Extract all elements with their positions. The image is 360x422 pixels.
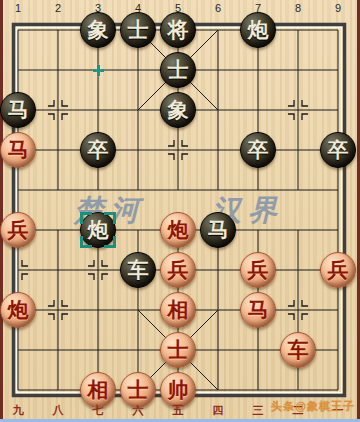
piece-black-advisor[interactable]: 士 [158,50,198,90]
file-label-bottom: 七 [78,403,118,418]
piece-black-soldier[interactable]: 卒 [238,130,278,170]
piece-red-soldier[interactable]: 兵 [318,250,358,290]
piece-glyph: 相 [160,292,196,328]
piece-glyph: 炮 [240,12,276,48]
file-label-top: 4 [118,2,158,14]
last-move-origin-marker [78,50,118,90]
piece-glyph: 马 [0,92,36,128]
file-label-top: 9 [318,2,358,14]
piece-glyph: 车 [120,252,156,288]
piece-red-horse[interactable]: 马 [238,290,278,330]
piece-glyph: 士 [160,332,196,368]
piece-black-advisor[interactable]: 士 [118,10,158,50]
piece-glyph: 马 [240,292,276,328]
piece-black-horse[interactable]: 马 [0,90,38,130]
piece-glyph: 兵 [160,252,196,288]
piece-glyph: 士 [160,52,196,88]
piece-red-advisor[interactable]: 士 [158,330,198,370]
piece-glyph: 象 [160,92,196,128]
file-label-top: 2 [38,2,78,14]
file-label-top: 8 [278,2,318,14]
watermark: 头条@象棋王子 [271,399,355,414]
pieces-layer: 象士将炮士马象卒卒卒炮马车马兵炮兵兵兵炮相马士车相士帅 [0,10,358,410]
piece-red-chariot[interactable]: 车 [278,330,318,370]
file-label-top: 5 [158,2,198,14]
piece-black-cannon[interactable]: 炮 [238,10,278,50]
piece-black-chariot[interactable]: 车 [118,250,158,290]
piece-black-cannon[interactable]: 炮 [78,210,118,250]
file-label-bottom: 八 [38,403,78,418]
piece-glyph: 炮 [80,212,116,248]
piece-black-horse[interactable]: 马 [198,210,238,250]
piece-glyph: 兵 [240,252,276,288]
piece-red-soldier[interactable]: 兵 [0,210,38,250]
piece-glyph: 卒 [240,132,276,168]
piece-red-soldier[interactable]: 兵 [158,250,198,290]
file-label-top: 6 [198,2,238,14]
piece-glyph: 马 [200,212,236,248]
file-label-bottom: 九 [0,403,38,418]
piece-glyph: 炮 [0,292,36,328]
file-label-bottom: 五 [158,403,198,418]
piece-glyph: 卒 [320,132,356,168]
file-label-bottom: 四 [198,403,238,418]
file-label-top: 3 [78,2,118,14]
piece-glyph: 兵 [0,212,36,248]
piece-red-horse[interactable]: 马 [0,130,38,170]
piece-glyph: 士 [120,12,156,48]
piece-red-elephant[interactable]: 相 [158,290,198,330]
piece-red-soldier[interactable]: 兵 [238,250,278,290]
piece-black-elephant[interactable]: 象 [78,10,118,50]
piece-glyph: 象 [80,12,116,48]
piece-glyph: 车 [280,332,316,368]
piece-black-general[interactable]: 将 [158,10,198,50]
piece-glyph: 卒 [80,132,116,168]
piece-glyph: 马 [0,132,36,168]
piece-red-cannon[interactable]: 炮 [158,210,198,250]
file-label-top: 7 [238,2,278,14]
piece-glyph: 将 [160,12,196,48]
piece-black-soldier[interactable]: 卒 [318,130,358,170]
piece-glyph: 炮 [160,212,196,248]
file-labels-top: 123456789 [0,2,358,14]
file-label-top: 1 [0,2,38,14]
piece-black-soldier[interactable]: 卒 [78,130,118,170]
file-label-bottom: 六 [118,403,158,418]
piece-black-elephant[interactable]: 象 [158,90,198,130]
piece-glyph: 兵 [320,252,356,288]
piece-red-cannon[interactable]: 炮 [0,290,38,330]
